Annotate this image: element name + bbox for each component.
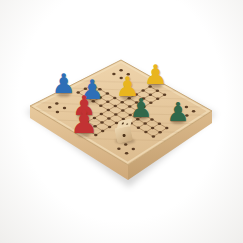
peg-green-2[interactable]: ♟	[166, 101, 189, 123]
peg-red-2[interactable]: ♟	[70, 109, 99, 136]
peg-yellow-2[interactable]: ♟	[143, 64, 167, 87]
ludo-photo-scene: ♟♟♟♟♟♟♟♟	[0, 0, 243, 243]
die[interactable]	[113, 118, 137, 144]
die-front-face	[114, 125, 133, 144]
peg-green-1[interactable]: ♟	[129, 97, 152, 119]
pieces-layer: ♟♟♟♟♟♟♟♟	[0, 0, 243, 243]
